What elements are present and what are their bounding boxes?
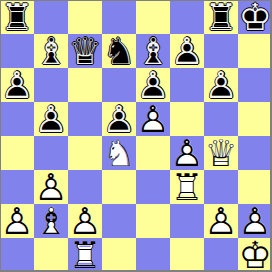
square-h2[interactable]: ♟♙ [238, 204, 272, 238]
square-a1[interactable] [0, 238, 34, 272]
piece-white-bishop[interactable]: ♝♗ [34, 204, 68, 238]
piece-black-pawn[interactable]: ♟♙ [136, 68, 170, 102]
square-a7[interactable] [0, 34, 34, 68]
piece-white-pawn[interactable]: ♟♙ [170, 136, 204, 170]
square-e6[interactable]: ♟♙ [136, 68, 170, 102]
square-e5[interactable]: ♟♙ [136, 102, 170, 136]
square-d2[interactable] [102, 204, 136, 238]
square-c6[interactable] [68, 68, 102, 102]
piece-black-bishop[interactable]: ♝♗ [34, 34, 68, 68]
square-f7[interactable]: ♟♙ [170, 34, 204, 68]
piece-white-knight[interactable]: ♞♘ [102, 136, 136, 170]
square-a3[interactable] [0, 170, 34, 204]
square-f3[interactable]: ♜♖ [170, 170, 204, 204]
pawn-glyph-outline: ♙ [170, 34, 204, 68]
pawn-glyph-outline: ♙ [238, 204, 272, 238]
queen-glyph-outline: ♕ [68, 34, 102, 68]
square-d4[interactable]: ♞♘ [102, 136, 136, 170]
square-h1[interactable]: ♚♔ [238, 238, 272, 272]
square-c3[interactable] [68, 170, 102, 204]
square-d7[interactable]: ♞♘ [102, 34, 136, 68]
square-d8[interactable] [102, 0, 136, 34]
square-c5[interactable] [68, 102, 102, 136]
pawn-glyph-outline: ♙ [204, 204, 238, 238]
square-a5[interactable] [0, 102, 34, 136]
rook-glyph-outline: ♖ [204, 0, 238, 34]
piece-black-queen[interactable]: ♛♕ [68, 34, 102, 68]
pawn-glyph-outline: ♙ [34, 102, 68, 136]
rook-glyph-outline: ♖ [68, 238, 102, 272]
square-g5[interactable] [204, 102, 238, 136]
rook-glyph-outline: ♖ [170, 170, 204, 204]
square-e3[interactable] [136, 170, 170, 204]
piece-black-pawn[interactable]: ♟♙ [204, 68, 238, 102]
piece-black-rook[interactable]: ♜♖ [204, 0, 238, 34]
square-g4[interactable]: ♛♕ [204, 136, 238, 170]
square-d5[interactable]: ♟♙ [102, 102, 136, 136]
square-c4[interactable] [68, 136, 102, 170]
pawn-glyph-outline: ♙ [170, 136, 204, 170]
square-c8[interactable] [68, 0, 102, 34]
square-g7[interactable] [204, 34, 238, 68]
knight-glyph-outline: ♘ [102, 136, 136, 170]
piece-black-rook[interactable]: ♜♖ [0, 0, 34, 34]
chess-board-grid: ♜♖♜♖♚♔♝♗♛♕♞♘♝♗♟♙♟♙♟♙♟♙♟♙♟♙♟♙♞♘♟♙♛♕♟♙♜♖♟♙… [0, 0, 272, 272]
square-g2[interactable]: ♟♙ [204, 204, 238, 238]
piece-black-pawn[interactable]: ♟♙ [170, 34, 204, 68]
square-a4[interactable] [0, 136, 34, 170]
bishop-glyph-outline: ♗ [34, 34, 68, 68]
square-b6[interactable] [34, 68, 68, 102]
square-c7[interactable]: ♛♕ [68, 34, 102, 68]
square-b3[interactable]: ♟♙ [34, 170, 68, 204]
square-c2[interactable]: ♟♙ [68, 204, 102, 238]
piece-white-pawn[interactable]: ♟♙ [68, 204, 102, 238]
piece-white-pawn[interactable]: ♟♙ [0, 204, 34, 238]
square-e8[interactable] [136, 0, 170, 34]
pawn-glyph-outline: ♙ [136, 102, 170, 136]
square-b4[interactable] [34, 136, 68, 170]
square-f2[interactable] [170, 204, 204, 238]
pawn-glyph-outline: ♙ [102, 102, 136, 136]
square-a2[interactable]: ♟♙ [0, 204, 34, 238]
piece-white-rook[interactable]: ♜♖ [170, 170, 204, 204]
piece-black-pawn[interactable]: ♟♙ [0, 68, 34, 102]
square-g8[interactable]: ♜♖ [204, 0, 238, 34]
square-a8[interactable]: ♜♖ [0, 0, 34, 34]
square-c1[interactable]: ♜♖ [68, 238, 102, 272]
square-e2[interactable] [136, 204, 170, 238]
piece-white-rook[interactable]: ♜♖ [68, 238, 102, 272]
bishop-glyph-outline: ♗ [136, 34, 170, 68]
pawn-glyph-outline: ♙ [0, 68, 34, 102]
piece-white-pawn[interactable]: ♟♙ [34, 170, 68, 204]
square-f1[interactable] [170, 238, 204, 272]
square-h4[interactable] [238, 136, 272, 170]
bishop-glyph-outline: ♗ [34, 204, 68, 238]
pawn-glyph-outline: ♙ [68, 204, 102, 238]
knight-glyph-outline: ♘ [102, 34, 136, 68]
square-a6[interactable]: ♟♙ [0, 68, 34, 102]
square-b1[interactable] [34, 238, 68, 272]
square-e1[interactable] [136, 238, 170, 272]
king-glyph-outline: ♔ [238, 238, 272, 272]
square-g1[interactable] [204, 238, 238, 272]
chess-board: ♜♖♜♖♚♔♝♗♛♕♞♘♝♗♟♙♟♙♟♙♟♙♟♙♟♙♟♙♞♘♟♙♛♕♟♙♜♖♟♙… [0, 0, 272, 272]
piece-black-bishop[interactable]: ♝♗ [136, 34, 170, 68]
piece-white-pawn[interactable]: ♟♙ [238, 204, 272, 238]
piece-white-queen[interactable]: ♛♕ [204, 136, 238, 170]
square-d1[interactable] [102, 238, 136, 272]
rook-glyph-outline: ♖ [0, 0, 34, 34]
piece-white-king[interactable]: ♚♔ [238, 238, 272, 272]
square-e7[interactable]: ♝♗ [136, 34, 170, 68]
piece-white-pawn[interactable]: ♟♙ [204, 204, 238, 238]
square-f8[interactable] [170, 0, 204, 34]
square-d3[interactable] [102, 170, 136, 204]
piece-black-pawn[interactable]: ♟♙ [102, 102, 136, 136]
square-h7[interactable] [238, 34, 272, 68]
square-b8[interactable] [34, 0, 68, 34]
piece-black-king[interactable]: ♚♔ [238, 0, 272, 34]
pawn-glyph-outline: ♙ [34, 170, 68, 204]
square-h6[interactable] [238, 68, 272, 102]
pawn-glyph-outline: ♙ [0, 204, 34, 238]
king-glyph-outline: ♔ [238, 0, 272, 34]
square-g6[interactable]: ♟♙ [204, 68, 238, 102]
piece-black-knight[interactable]: ♞♘ [102, 34, 136, 68]
queen-glyph-outline: ♕ [204, 136, 238, 170]
piece-white-pawn[interactable]: ♟♙ [136, 102, 170, 136]
square-f4[interactable]: ♟♙ [170, 136, 204, 170]
square-f5[interactable] [170, 102, 204, 136]
pawn-glyph-outline: ♙ [136, 68, 170, 102]
square-h5[interactable] [238, 102, 272, 136]
square-g3[interactable] [204, 170, 238, 204]
square-f6[interactable] [170, 68, 204, 102]
square-b7[interactable]: ♝♗ [34, 34, 68, 68]
square-e4[interactable] [136, 136, 170, 170]
square-d6[interactable] [102, 68, 136, 102]
square-b5[interactable]: ♟♙ [34, 102, 68, 136]
pawn-glyph-outline: ♙ [204, 68, 238, 102]
square-b2[interactable]: ♝♗ [34, 204, 68, 238]
square-h3[interactable] [238, 170, 272, 204]
square-h8[interactable]: ♚♔ [238, 0, 272, 34]
piece-black-pawn[interactable]: ♟♙ [34, 102, 68, 136]
